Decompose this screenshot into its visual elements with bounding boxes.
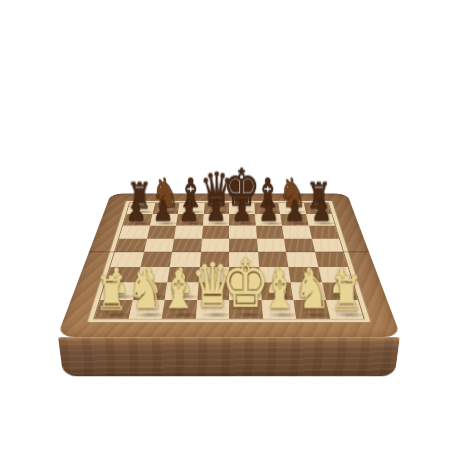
square-h5 — [311, 238, 343, 252]
square-b1: ♞ — [128, 300, 164, 319]
square-h2: ♟ — [322, 283, 358, 300]
scene-viewport: ♜♞♝♛♚♝♞♜♟♟♟♟♟♟♟♟♟♟♟♟♟♟♟♟♜♞♝♛♚♝♞♜ — [0, 0, 458, 458]
black-rook: ♜ — [127, 177, 153, 213]
square-c8: ♝ — [178, 203, 204, 214]
square-e8: ♚ — [229, 203, 255, 214]
chess-board: ♜♞♝♛♚♝♞♜♟♟♟♟♟♟♟♟♟♟♟♟♟♟♟♟♜♞♝♛♚♝♞♜ — [95, 203, 364, 319]
square-c6 — [174, 226, 202, 239]
square-b8: ♞ — [152, 203, 179, 214]
square-c4 — [170, 252, 201, 267]
square-f8: ♝ — [254, 203, 280, 214]
black-knight: ♞ — [278, 173, 307, 213]
square-g5 — [284, 238, 315, 252]
square-d5 — [201, 238, 230, 252]
square-h4 — [315, 252, 348, 267]
white-rook: ♜ — [329, 270, 363, 317]
square-e5 — [229, 238, 258, 252]
white-knight: ♞ — [294, 264, 332, 317]
square-d4 — [199, 252, 229, 267]
square-h6 — [308, 226, 338, 239]
square-g7: ♟ — [280, 214, 308, 226]
white-bishop: ♝ — [260, 264, 298, 317]
piece-shadow — [202, 294, 232, 299]
square-d7: ♟ — [203, 214, 229, 226]
white-knight: ♞ — [126, 264, 164, 317]
black-bishop: ♝ — [176, 173, 205, 213]
square-h1: ♜ — [325, 300, 363, 319]
square-g2: ♟ — [291, 283, 326, 300]
square-f1: ♝ — [261, 300, 296, 319]
piece-shadow — [329, 294, 360, 299]
square-a4 — [110, 252, 143, 267]
piece-shadow — [207, 222, 232, 226]
square-c2: ♟ — [165, 283, 198, 300]
square-d1: ♛ — [195, 300, 229, 319]
square-e3 — [229, 267, 260, 283]
square-f4 — [258, 252, 289, 267]
square-b6 — [147, 226, 176, 239]
square-b7: ♟ — [150, 214, 178, 226]
board-inlay-border: ♜♞♝♛♚♝♞♜♟♟♟♟♟♟♟♟♟♟♟♟♟♟♟♟♜♞♝♛♚♝♞♜ — [86, 201, 372, 323]
square-d8: ♛ — [203, 203, 229, 214]
square-f5 — [256, 238, 286, 252]
square-e7: ♟ — [229, 214, 255, 226]
square-b2: ♟ — [133, 283, 168, 300]
black-rook: ♜ — [305, 177, 331, 213]
square-a8: ♜ — [127, 203, 155, 214]
square-d3 — [198, 267, 229, 283]
square-g4 — [286, 252, 318, 267]
square-g8: ♞ — [278, 203, 305, 214]
square-f3 — [259, 267, 291, 283]
square-a5 — [115, 238, 147, 252]
square-c7: ♟ — [176, 214, 203, 226]
square-e2: ♟ — [229, 283, 261, 300]
square-d2: ♟ — [197, 283, 229, 300]
white-rook: ♜ — [95, 270, 129, 317]
square-d6 — [202, 226, 229, 239]
square-b5 — [144, 238, 175, 252]
square-f6 — [255, 226, 283, 239]
black-knight: ♞ — [151, 173, 180, 213]
chess-set-photo: ♜♞♝♛♚♝♞♜♟♟♟♟♟♟♟♟♟♟♟♟♟♟♟♟♜♞♝♛♚♝♞♜ — [0, 0, 458, 458]
square-a1: ♜ — [95, 300, 133, 319]
square-f7: ♟ — [255, 214, 282, 226]
square-b4 — [140, 252, 172, 267]
square-a7: ♟ — [123, 214, 152, 226]
square-g6 — [282, 226, 311, 239]
piece-shadow — [234, 312, 266, 318]
folding-chess-box: ♜♞♝♛♚♝♞♜♟♟♟♟♟♟♟♟♟♟♟♟♟♟♟♟♜♞♝♛♚♝♞♜ — [57, 193, 401, 337]
square-a3 — [106, 267, 140, 283]
square-c5 — [172, 238, 202, 252]
square-e4 — [229, 252, 259, 267]
piece-shadow — [334, 312, 367, 318]
square-a6 — [119, 226, 149, 239]
square-h7: ♟ — [306, 214, 335, 226]
square-h8: ♜ — [303, 203, 331, 214]
square-e6 — [229, 226, 256, 239]
square-g3 — [288, 267, 321, 283]
white-bishop: ♝ — [160, 264, 198, 317]
piece-shadow — [201, 312, 233, 318]
square-f2: ♟ — [260, 283, 293, 300]
box-front-side — [58, 337, 400, 376]
square-g1: ♞ — [293, 300, 329, 319]
black-bishop: ♝ — [253, 173, 282, 213]
square-b3 — [136, 267, 169, 283]
piece-shadow — [167, 312, 199, 318]
square-c1: ♝ — [162, 300, 197, 319]
board-top: ♜♞♝♛♚♝♞♜♟♟♟♟♟♟♟♟♟♟♟♟♟♟♟♟♜♞♝♛♚♝♞♜ — [57, 193, 401, 337]
piece-shadow — [312, 222, 338, 226]
square-c3 — [167, 267, 199, 283]
square-a2: ♟ — [100, 283, 136, 300]
square-e1: ♚ — [229, 300, 263, 319]
square-h3 — [318, 267, 352, 283]
piece-shadow — [170, 294, 201, 299]
